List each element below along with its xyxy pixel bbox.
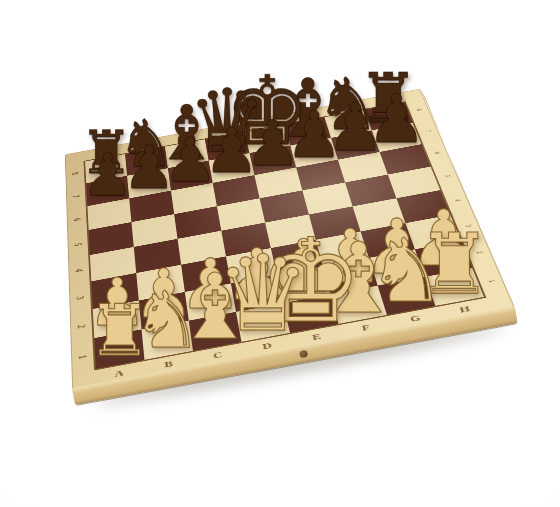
rank-labels-left: 87654321 (65, 161, 94, 375)
board-top-face: 87654321 87654321 ABCDEFGH (65, 89, 515, 390)
board-stage: 87654321 87654321 ABCDEFGH (30, 79, 515, 389)
chess-board: 87654321 87654321 ABCDEFGH (30, 79, 520, 419)
product-photo: 87654321 87654321 ABCDEFGH ♜♞♝♛♚♝♞♜♟♟♟♟♟… (0, 0, 560, 507)
clasp-knob-icon (299, 350, 308, 358)
